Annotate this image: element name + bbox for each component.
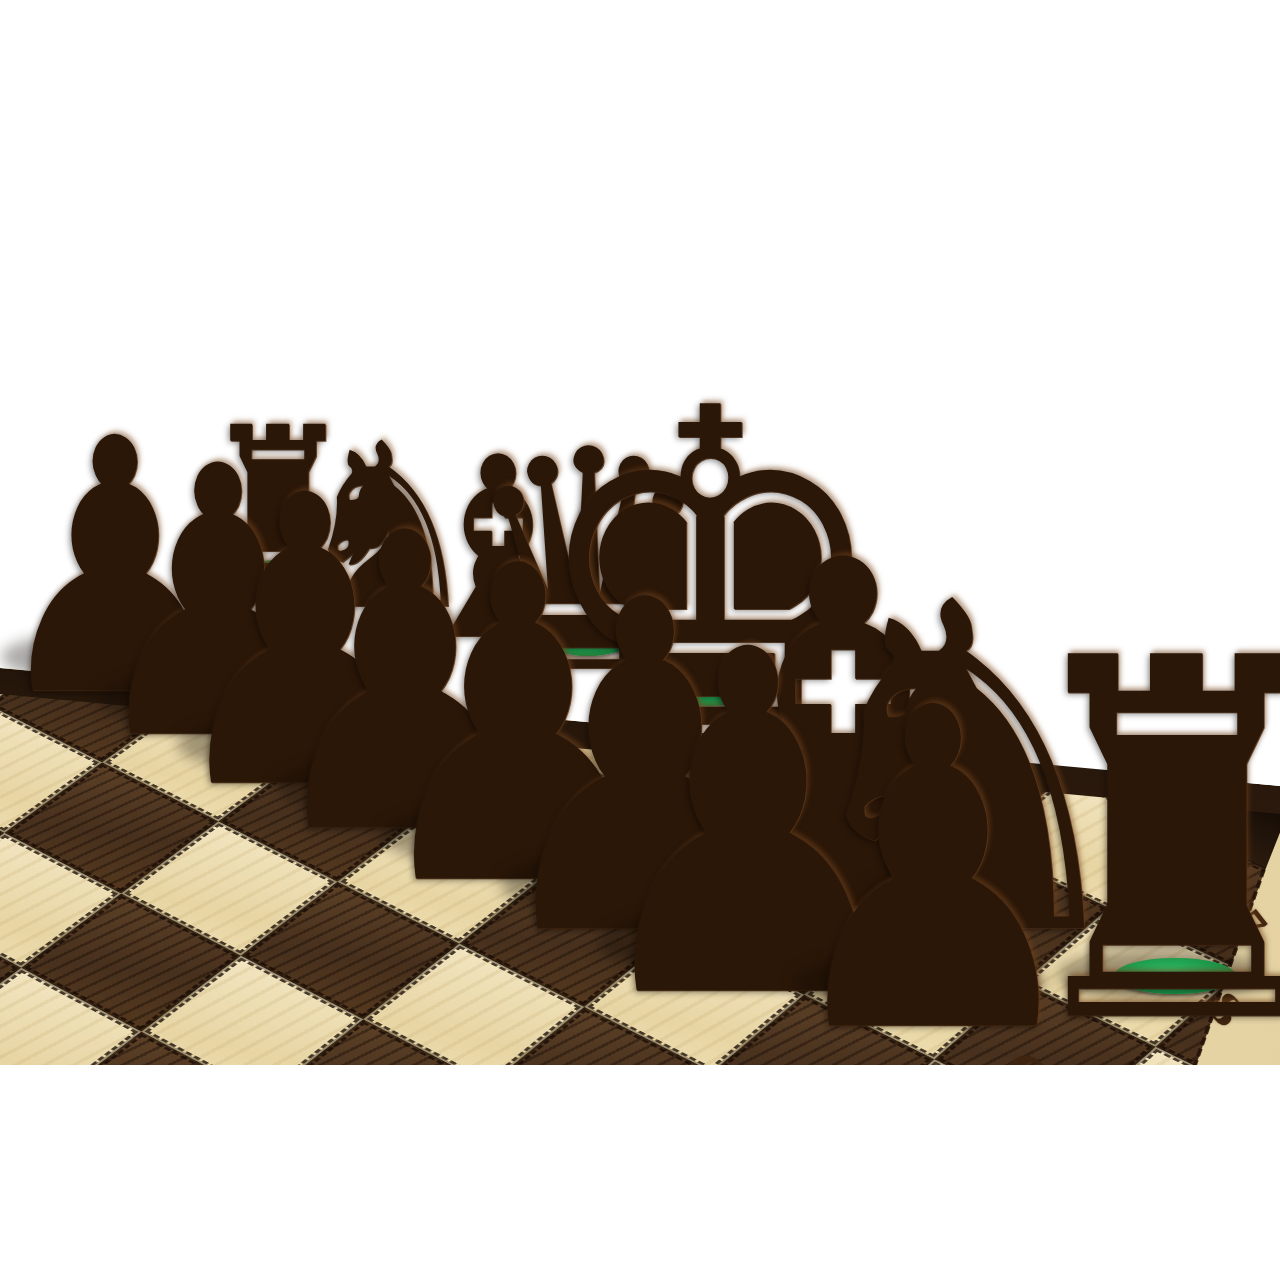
photo-canvas: 7 8 c ♜♞♝♛♚♝♞♜♟♟♟♟♟♟♟♟	[0, 0, 1280, 1280]
chess-set-photo: 7 8 c ♜♞♝♛♚♝♞♜♟♟♟♟♟♟♟♟	[0, 0, 1280, 1065]
chess-piece-dark-pawn-h7: ♟	[757, 652, 1109, 1065]
